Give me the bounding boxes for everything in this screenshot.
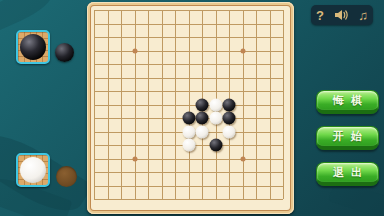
- black-stone: [223, 98, 236, 111]
- black-turn-indicator-stone: [55, 43, 74, 62]
- game-window: ? ♫ 悔棋 开始 退出: [0, 0, 384, 216]
- grid-line: [94, 159, 283, 160]
- sound-icon[interactable]: [334, 9, 348, 21]
- grid-line: [283, 10, 284, 199]
- star-point: [132, 156, 137, 161]
- black-stone: [182, 112, 195, 125]
- exit-button-label: 退出: [333, 165, 369, 180]
- grid-line: [256, 10, 257, 199]
- undo-button-label: 悔棋: [333, 93, 369, 108]
- white-stone: [209, 98, 222, 111]
- white-stone: [182, 139, 195, 152]
- undo-button[interactable]: 悔棋: [316, 90, 379, 114]
- star-point: [240, 156, 245, 161]
- white-player-avatar[interactable]: [16, 153, 50, 187]
- grid-line: [270, 10, 271, 199]
- star-point: [132, 48, 137, 53]
- star-point: [240, 48, 245, 53]
- black-stone: [196, 112, 209, 125]
- black-player-avatar[interactable]: [16, 30, 50, 64]
- board-grid[interactable]: [94, 10, 283, 199]
- start-button[interactable]: 开始: [316, 126, 379, 150]
- grid-line: [94, 105, 283, 106]
- toolbar: ? ♫: [311, 5, 373, 25]
- black-stone-icon: [20, 34, 46, 60]
- white-turn-indicator-empty-circle: [56, 166, 77, 187]
- grid-line: [94, 172, 283, 173]
- black-stone: [209, 139, 222, 152]
- music-icon[interactable]: ♫: [358, 9, 368, 22]
- exit-button[interactable]: 退出: [316, 162, 379, 186]
- grid-line: [94, 186, 283, 187]
- white-stone-icon: [20, 157, 46, 183]
- white-stone: [209, 112, 222, 125]
- black-stone: [196, 98, 209, 111]
- grid-line: [243, 10, 244, 199]
- white-stone: [182, 125, 195, 138]
- black-stone: [223, 112, 236, 125]
- white-stone: [223, 125, 236, 138]
- grid-line: [94, 199, 283, 200]
- gomoku-board: [87, 2, 294, 214]
- start-button-label: 开始: [333, 129, 369, 144]
- help-icon[interactable]: ?: [316, 9, 324, 22]
- white-stone: [196, 125, 209, 138]
